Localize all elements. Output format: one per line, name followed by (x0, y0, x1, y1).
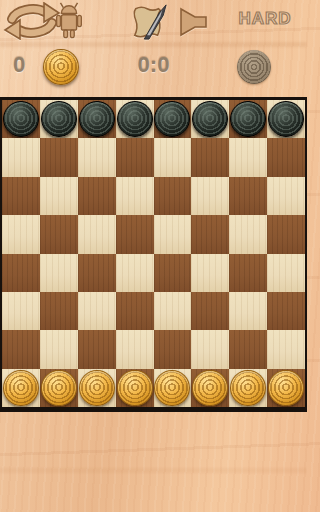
square-b3[interactable] (40, 292, 78, 330)
square-h6[interactable] (267, 177, 305, 215)
speaker-icon (179, 24, 209, 41)
gold-piece[interactable] (3, 370, 39, 406)
square-f4[interactable] (191, 254, 229, 292)
square-f8[interactable] (191, 100, 229, 138)
square-e1[interactable] (154, 369, 192, 407)
square-c6[interactable] (78, 177, 116, 215)
black-piece[interactable] (79, 101, 115, 137)
square-f6[interactable] (191, 177, 229, 215)
difficulty-label[interactable]: HARD (231, 9, 299, 29)
square-a4[interactable] (2, 254, 40, 292)
square-b5[interactable] (40, 215, 78, 253)
square-g2[interactable] (229, 330, 267, 368)
square-d4[interactable] (116, 254, 154, 292)
square-b7[interactable] (40, 138, 78, 176)
gold-piece[interactable] (41, 370, 77, 406)
square-c3[interactable] (78, 292, 116, 330)
gold-piece[interactable] (79, 370, 115, 406)
move-notes-button[interactable] (126, 3, 172, 45)
square-e6[interactable] (154, 177, 192, 215)
black-piece[interactable] (154, 101, 190, 137)
square-e5[interactable] (154, 215, 192, 253)
square-d1[interactable] (116, 369, 154, 407)
square-c5[interactable] (78, 215, 116, 253)
square-h3[interactable] (267, 292, 305, 330)
square-f5[interactable] (191, 215, 229, 253)
square-e4[interactable] (154, 254, 192, 292)
square-h2[interactable] (267, 330, 305, 368)
square-f7[interactable] (191, 138, 229, 176)
square-f3[interactable] (191, 292, 229, 330)
square-b2[interactable] (40, 330, 78, 368)
square-a3[interactable] (2, 292, 40, 330)
square-b4[interactable] (40, 254, 78, 292)
black-piece[interactable] (41, 101, 77, 137)
android-robot-icon (50, 26, 88, 43)
square-b6[interactable] (40, 177, 78, 215)
square-g1[interactable] (229, 369, 267, 407)
square-g6[interactable] (229, 177, 267, 215)
gold-piece[interactable] (192, 370, 228, 406)
sound-button[interactable] (179, 6, 209, 42)
square-h7[interactable] (267, 138, 305, 176)
gold-piece[interactable] (230, 370, 266, 406)
square-g7[interactable] (229, 138, 267, 176)
square-e8[interactable] (154, 100, 192, 138)
android-opponent-button[interactable] (50, 2, 88, 44)
square-b8[interactable] (40, 100, 78, 138)
square-a7[interactable] (2, 138, 40, 176)
gold-piece[interactable] (154, 370, 190, 406)
square-a5[interactable] (2, 215, 40, 253)
square-h5[interactable] (267, 215, 305, 253)
square-h4[interactable] (267, 254, 305, 292)
square-d6[interactable] (116, 177, 154, 215)
square-c2[interactable] (78, 330, 116, 368)
black-piece[interactable] (3, 101, 39, 137)
square-c8[interactable] (78, 100, 116, 138)
square-a2[interactable] (2, 330, 40, 368)
gold-piece[interactable] (268, 370, 304, 406)
scroll-quill-icon (126, 27, 172, 44)
square-h8[interactable] (267, 100, 305, 138)
square-g3[interactable] (229, 292, 267, 330)
square-g5[interactable] (229, 215, 267, 253)
square-g4[interactable] (229, 254, 267, 292)
square-e3[interactable] (154, 292, 192, 330)
square-c1[interactable] (78, 369, 116, 407)
square-a1[interactable] (2, 369, 40, 407)
square-e2[interactable] (154, 330, 192, 368)
square-b1[interactable] (40, 369, 78, 407)
square-d5[interactable] (116, 215, 154, 253)
square-d3[interactable] (116, 292, 154, 330)
gold-piece[interactable] (117, 370, 153, 406)
black-piece[interactable] (117, 101, 153, 137)
square-d7[interactable] (116, 138, 154, 176)
square-f2[interactable] (191, 330, 229, 368)
board (0, 97, 307, 412)
black-piece[interactable] (230, 101, 266, 137)
square-g8[interactable] (229, 100, 267, 138)
player2-piece-icon (237, 50, 271, 84)
square-d8[interactable] (116, 100, 154, 138)
square-e7[interactable] (154, 138, 192, 176)
square-h1[interactable] (267, 369, 305, 407)
square-f1[interactable] (191, 369, 229, 407)
wood-grain-band (0, 468, 307, 473)
black-piece[interactable] (192, 101, 228, 137)
square-c7[interactable] (78, 138, 116, 176)
square-d2[interactable] (116, 330, 154, 368)
square-a8[interactable] (2, 100, 40, 138)
black-piece[interactable] (268, 101, 304, 137)
square-a6[interactable] (2, 177, 40, 215)
square-c4[interactable] (78, 254, 116, 292)
